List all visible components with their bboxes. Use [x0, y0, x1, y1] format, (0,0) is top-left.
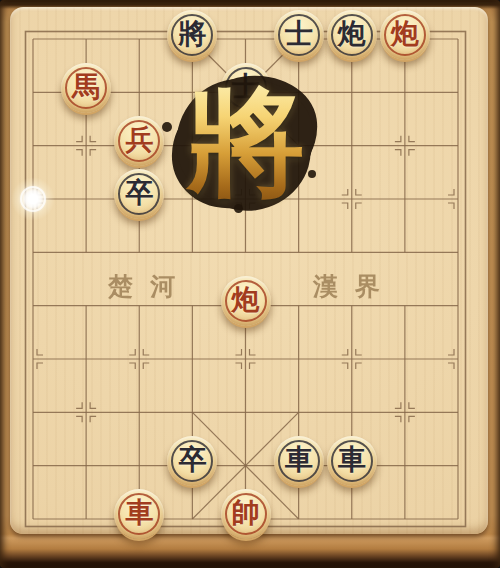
piece-glyph: 馬 [72, 73, 100, 101]
piece-red-cannon[interactable]: 炮 [380, 10, 430, 60]
piece-red-horse[interactable]: 馬 [61, 63, 111, 113]
piece-glyph: 卒 [125, 179, 153, 207]
piece-black-chariot[interactable]: 車 [274, 436, 324, 486]
piece-red-general[interactable]: 帥 [221, 489, 271, 539]
river-label-han: 漢界 [313, 270, 397, 303]
piece-glyph: 車 [338, 446, 366, 474]
piece-glyph: 車 [125, 499, 153, 527]
piece-red-cannon[interactable]: 炮 [221, 276, 271, 326]
piece-glyph: 帥 [232, 499, 260, 527]
piece-black-cannon[interactable]: 炮 [327, 10, 377, 60]
piece-glyph: 車 [285, 446, 313, 474]
piece-glyph: 將 [178, 20, 206, 48]
piece-black-advisor[interactable]: 士 [274, 10, 324, 60]
xiangqi-board-screen: 楚河 漢界 將士炮炮馬士兵卒炮卒車車車帥 將 [0, 0, 500, 568]
river-label-chu: 楚河 [108, 270, 192, 303]
piece-glyph: 炮 [338, 20, 366, 48]
ink-splash-dot [162, 122, 172, 132]
piece-black-chariot[interactable]: 車 [327, 436, 377, 486]
piece-black-general[interactable]: 將 [167, 10, 217, 60]
check-character: 將 [182, 72, 310, 212]
capture-sparkle-effect [11, 177, 55, 221]
piece-glyph: 士 [285, 20, 313, 48]
piece-glyph: 炮 [391, 20, 419, 48]
piece-glyph: 兵 [125, 126, 153, 154]
piece-glyph: 卒 [178, 446, 206, 474]
piece-glyph: 炮 [232, 286, 260, 314]
